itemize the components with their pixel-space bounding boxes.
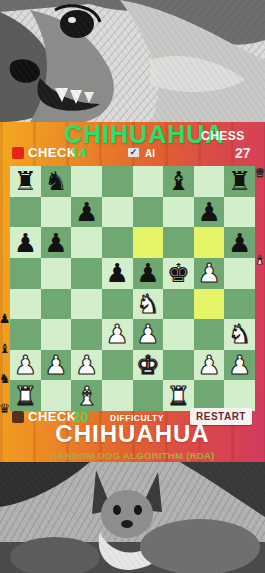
app-screen: CHIHUAHUA CHESS CHECK 14 ✓ AI 27 ♜♞♝♜♟♟♟… xyxy=(0,0,265,573)
square-e7[interactable] xyxy=(133,197,164,228)
piece-white-pawn[interactable]: ♟ xyxy=(75,350,98,380)
square-f6[interactable] xyxy=(163,227,194,258)
piece-black-pawn[interactable]: ♟ xyxy=(75,197,98,227)
square-d3[interactable]: ♟ xyxy=(102,319,133,350)
piece-white-pawn[interactable]: ♟ xyxy=(197,350,220,380)
square-f1[interactable]: ♜ xyxy=(163,380,194,411)
square-b1[interactable] xyxy=(41,380,72,411)
captured-black-tray: ♟♝♞♛ xyxy=(0,312,11,415)
square-d7[interactable] xyxy=(102,197,133,228)
ai-label: AI xyxy=(145,148,155,159)
captured-white-bishop-icon: ♝ xyxy=(255,254,265,267)
square-h4[interactable] xyxy=(224,289,255,320)
square-c8[interactable] xyxy=(71,166,102,197)
square-c3[interactable] xyxy=(71,319,102,350)
square-b6[interactable]: ♟ xyxy=(41,227,72,258)
square-g3[interactable] xyxy=(194,319,225,350)
square-g8[interactable] xyxy=(194,166,225,197)
piece-white-pawn[interactable]: ♟ xyxy=(136,319,159,349)
square-a1[interactable]: ♜ xyxy=(10,380,41,411)
captured-black-knight-icon: ♞ xyxy=(0,372,10,385)
piece-black-knight[interactable]: ♞ xyxy=(44,166,67,196)
piece-white-king[interactable]: ♚ xyxy=(136,350,159,380)
square-f8[interactable]: ♝ xyxy=(163,166,194,197)
square-e6[interactable] xyxy=(133,227,164,258)
piece-white-knight[interactable]: ♞ xyxy=(136,289,159,319)
captured-black-pawn-icon: ♟ xyxy=(0,312,10,325)
piece-black-rook[interactable]: ♜ xyxy=(228,166,251,196)
square-f3[interactable] xyxy=(163,319,194,350)
dog-sketch-top xyxy=(0,0,265,122)
square-b8[interactable]: ♞ xyxy=(41,166,72,197)
square-h6[interactable]: ♟ xyxy=(224,227,255,258)
square-b7[interactable] xyxy=(41,197,72,228)
square-g5[interactable]: ♟ xyxy=(194,258,225,289)
piece-black-rook[interactable]: ♜ xyxy=(14,166,37,196)
square-d2[interactable] xyxy=(102,350,133,381)
piece-black-bishop[interactable]: ♝ xyxy=(167,166,190,196)
square-d4[interactable] xyxy=(102,289,133,320)
checkmark-icon: ✓ xyxy=(130,148,138,157)
square-a3[interactable] xyxy=(10,319,41,350)
square-b2[interactable]: ♟ xyxy=(41,350,72,381)
captured-white-tray: ♛♝ xyxy=(254,167,265,267)
square-f7[interactable] xyxy=(163,197,194,228)
ai-checkbox[interactable]: ✓ xyxy=(127,147,140,158)
square-e3[interactable]: ♟ xyxy=(133,319,164,350)
square-c5[interactable] xyxy=(71,258,102,289)
bottom-dog-photo xyxy=(0,462,265,573)
square-c6[interactable] xyxy=(71,227,102,258)
piece-white-pawn[interactable]: ♟ xyxy=(106,319,129,349)
piece-white-rook[interactable]: ♜ xyxy=(167,381,190,411)
square-e1[interactable] xyxy=(133,380,164,411)
game-panel: CHIHUAHUA CHESS CHECK 14 ✓ AI 27 ♜♞♝♜♟♟♟… xyxy=(0,122,265,462)
square-a4[interactable] xyxy=(10,289,41,320)
square-f5[interactable]: ♚ xyxy=(163,258,194,289)
white-score: 14 xyxy=(71,145,87,161)
black-score: 27 xyxy=(235,145,251,161)
piece-white-rook[interactable]: ♜ xyxy=(14,381,37,411)
square-a8[interactable]: ♜ xyxy=(10,166,41,197)
square-h8[interactable]: ♜ xyxy=(224,166,255,197)
chess-board: ♜♞♝♜♟♟♟♟♟♟♟♚♟♞♟♟♞♟♟♟♚♟♟♜♝♜ xyxy=(10,166,255,411)
square-d6[interactable] xyxy=(102,227,133,258)
square-e5[interactable]: ♟ xyxy=(133,258,164,289)
square-a6[interactable]: ♟ xyxy=(10,227,41,258)
app-subtitle: CHESS xyxy=(201,129,245,143)
check-label-top: CHECK xyxy=(28,145,77,160)
square-b4[interactable] xyxy=(41,289,72,320)
piece-white-pawn[interactable]: ♟ xyxy=(228,350,251,380)
square-h1[interactable] xyxy=(224,380,255,411)
square-d5[interactable]: ♟ xyxy=(102,258,133,289)
square-h5[interactable] xyxy=(224,258,255,289)
square-c4[interactable] xyxy=(71,289,102,320)
brand-title: CHIHUAHUA xyxy=(0,420,265,448)
square-c1[interactable]: ♝ xyxy=(71,380,102,411)
piece-black-pawn[interactable]: ♟ xyxy=(228,228,251,258)
piece-black-king[interactable]: ♚ xyxy=(167,258,190,288)
square-h3[interactable]: ♞ xyxy=(224,319,255,350)
square-g2[interactable]: ♟ xyxy=(194,350,225,381)
piece-black-pawn[interactable]: ♟ xyxy=(106,258,129,288)
square-f4[interactable] xyxy=(163,289,194,320)
piece-black-pawn[interactable]: ♟ xyxy=(136,258,159,288)
square-h2[interactable]: ♟ xyxy=(224,350,255,381)
piece-white-pawn[interactable]: ♟ xyxy=(14,350,37,380)
square-b5[interactable] xyxy=(41,258,72,289)
square-f2[interactable] xyxy=(163,350,194,381)
piece-white-knight[interactable]: ♞ xyxy=(228,319,251,349)
top-dog-photo xyxy=(0,0,265,122)
square-a7[interactable] xyxy=(10,197,41,228)
dog-sketch-bottom xyxy=(0,462,265,573)
square-a2[interactable]: ♟ xyxy=(10,350,41,381)
captured-black-bishop-icon: ♝ xyxy=(0,342,10,355)
square-c7[interactable]: ♟ xyxy=(71,197,102,228)
piece-white-pawn[interactable]: ♟ xyxy=(44,350,67,380)
square-d1[interactable] xyxy=(102,380,133,411)
piece-black-pawn[interactable]: ♟ xyxy=(14,228,37,258)
square-e2[interactable]: ♚ xyxy=(133,350,164,381)
square-c2[interactable]: ♟ xyxy=(71,350,102,381)
brand-tagline: RANDOM DOG ALGORITHM (RDA) xyxy=(0,450,265,461)
square-d8[interactable] xyxy=(102,166,133,197)
square-g1[interactable] xyxy=(194,380,225,411)
square-g6[interactable] xyxy=(194,227,225,258)
captured-white-queen-icon: ♛ xyxy=(255,167,265,180)
piece-white-bishop[interactable]: ♝ xyxy=(75,381,98,411)
square-e8[interactable] xyxy=(133,166,164,197)
square-b3[interactable] xyxy=(41,319,72,350)
square-g7[interactable]: ♟ xyxy=(194,197,225,228)
piece-white-pawn[interactable]: ♟ xyxy=(197,258,220,288)
piece-black-pawn[interactable]: ♟ xyxy=(197,197,220,227)
square-e4[interactable]: ♞ xyxy=(133,289,164,320)
square-a5[interactable] xyxy=(10,258,41,289)
check-indicator-top xyxy=(12,147,24,159)
piece-black-pawn[interactable]: ♟ xyxy=(44,228,67,258)
captured-black-queen-icon: ♛ xyxy=(0,402,10,415)
square-h7[interactable] xyxy=(224,197,255,228)
square-g4[interactable] xyxy=(194,289,225,320)
